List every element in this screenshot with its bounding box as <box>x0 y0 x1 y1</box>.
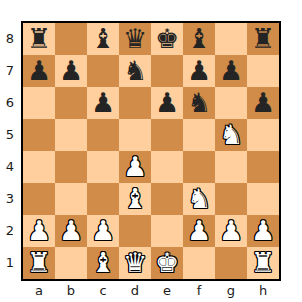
square-g2[interactable]: ♟ <box>215 215 247 247</box>
black-pawn-piece[interactable]: ♟ <box>219 57 243 84</box>
white-knight-piece[interactable]: ♞ <box>187 185 211 212</box>
square-h1[interactable]: ♜ <box>247 247 279 279</box>
rank-label-5: 5 <box>0 119 20 151</box>
square-f1[interactable] <box>183 247 215 279</box>
white-knight-piece[interactable]: ♞ <box>219 121 243 148</box>
square-e6[interactable]: ♟ <box>151 87 183 119</box>
square-e3[interactable] <box>151 183 183 215</box>
square-b7[interactable]: ♟ <box>55 55 87 87</box>
file-label-e: e <box>151 283 183 299</box>
square-h3[interactable] <box>247 183 279 215</box>
rank-label-4: 4 <box>0 151 20 183</box>
rank-label-7: 7 <box>0 55 20 87</box>
square-d7[interactable]: ♞ <box>119 55 151 87</box>
square-d4[interactable]: ♟ <box>119 151 151 183</box>
square-h2[interactable]: ♟ <box>247 215 279 247</box>
square-h7[interactable] <box>247 55 279 87</box>
black-queen-piece[interactable]: ♛ <box>123 25 147 52</box>
square-g3[interactable] <box>215 183 247 215</box>
square-b1[interactable] <box>55 247 87 279</box>
square-e8[interactable]: ♚ <box>151 23 183 55</box>
white-bishop-piece[interactable]: ♝ <box>91 249 115 276</box>
file-label-a: a <box>23 283 55 299</box>
square-e1[interactable]: ♚ <box>151 247 183 279</box>
file-label-d: d <box>119 283 151 299</box>
black-knight-piece[interactable]: ♞ <box>187 89 211 116</box>
file-label-g: g <box>215 283 247 299</box>
square-a3[interactable] <box>23 183 55 215</box>
white-pawn-piece[interactable]: ♟ <box>251 217 275 244</box>
square-c2[interactable]: ♟ <box>87 215 119 247</box>
black-king-piece[interactable]: ♚ <box>155 25 179 52</box>
square-c5[interactable] <box>87 119 119 151</box>
square-d2[interactable] <box>119 215 151 247</box>
square-f3[interactable]: ♞ <box>183 183 215 215</box>
square-h6[interactable]: ♟ <box>247 87 279 119</box>
square-g4[interactable] <box>215 151 247 183</box>
file-label-b: b <box>55 283 87 299</box>
white-pawn-piece[interactable]: ♟ <box>123 153 147 180</box>
white-king-piece[interactable]: ♚ <box>155 249 179 276</box>
black-pawn-piece[interactable]: ♟ <box>91 89 115 116</box>
white-pawn-piece[interactable]: ♟ <box>219 217 243 244</box>
square-f7[interactable]: ♟ <box>183 55 215 87</box>
black-knight-piece[interactable]: ♞ <box>123 57 147 84</box>
black-rook-piece[interactable]: ♜ <box>27 25 51 52</box>
square-g1[interactable] <box>215 247 247 279</box>
white-pawn-piece[interactable]: ♟ <box>59 217 83 244</box>
square-h4[interactable] <box>247 151 279 183</box>
black-pawn-piece[interactable]: ♟ <box>27 57 51 84</box>
square-c8[interactable]: ♝ <box>87 23 119 55</box>
square-f5[interactable] <box>183 119 215 151</box>
square-a7[interactable]: ♟ <box>23 55 55 87</box>
chess-board: ♜♝♛♚♝♜♟♟♞♟♟♟♟♞♟♞♟♝♞♟♟♟♟♟♟♜♝♛♚♜ <box>23 23 279 279</box>
white-queen-piece[interactable]: ♛ <box>123 249 147 276</box>
black-pawn-piece[interactable]: ♟ <box>155 89 179 116</box>
white-pawn-piece[interactable]: ♟ <box>187 217 211 244</box>
black-bishop-piece[interactable]: ♝ <box>187 25 211 52</box>
black-pawn-piece[interactable]: ♟ <box>59 57 83 84</box>
rank-label-6: 6 <box>0 87 20 119</box>
square-f4[interactable] <box>183 151 215 183</box>
square-b6[interactable] <box>55 87 87 119</box>
square-e7[interactable] <box>151 55 183 87</box>
square-b4[interactable] <box>55 151 87 183</box>
black-rook-piece[interactable]: ♜ <box>251 25 275 52</box>
square-b2[interactable]: ♟ <box>55 215 87 247</box>
board-frame: ♜♝♛♚♝♜♟♟♞♟♟♟♟♞♟♞♟♝♞♟♟♟♟♟♟♜♝♛♚♜ <box>21 21 281 281</box>
white-rook-piece[interactable]: ♜ <box>27 249 51 276</box>
black-pawn-piece[interactable]: ♟ <box>187 57 211 84</box>
square-d6[interactable] <box>119 87 151 119</box>
square-b5[interactable] <box>55 119 87 151</box>
white-pawn-piece[interactable]: ♟ <box>91 217 115 244</box>
square-b3[interactable] <box>55 183 87 215</box>
rank-label-3: 3 <box>0 183 20 215</box>
square-a4[interactable] <box>23 151 55 183</box>
file-label-f: f <box>183 283 215 299</box>
file-label-c: c <box>87 283 119 299</box>
square-d5[interactable] <box>119 119 151 151</box>
black-pawn-piece[interactable]: ♟ <box>251 89 275 116</box>
square-a1[interactable]: ♜ <box>23 247 55 279</box>
square-e2[interactable] <box>151 215 183 247</box>
square-f6[interactable]: ♞ <box>183 87 215 119</box>
square-c4[interactable] <box>87 151 119 183</box>
square-c7[interactable] <box>87 55 119 87</box>
square-f8[interactable]: ♝ <box>183 23 215 55</box>
square-c6[interactable]: ♟ <box>87 87 119 119</box>
square-g6[interactable] <box>215 87 247 119</box>
square-e5[interactable] <box>151 119 183 151</box>
rank-label-1: 1 <box>0 247 20 279</box>
square-a2[interactable]: ♟ <box>23 215 55 247</box>
square-d1[interactable]: ♛ <box>119 247 151 279</box>
square-a5[interactable] <box>23 119 55 151</box>
square-g8[interactable] <box>215 23 247 55</box>
file-label-h: h <box>247 283 279 299</box>
square-g7[interactable]: ♟ <box>215 55 247 87</box>
square-g5[interactable]: ♞ <box>215 119 247 151</box>
rank-label-2: 2 <box>0 215 20 247</box>
rank-label-8: 8 <box>0 23 20 55</box>
black-bishop-piece[interactable]: ♝ <box>91 25 115 52</box>
square-h5[interactable] <box>247 119 279 151</box>
square-h8[interactable]: ♜ <box>247 23 279 55</box>
square-e4[interactable] <box>151 151 183 183</box>
square-a8[interactable]: ♜ <box>23 23 55 55</box>
white-bishop-piece[interactable]: ♝ <box>123 185 147 212</box>
square-c3[interactable] <box>87 183 119 215</box>
square-d3[interactable]: ♝ <box>119 183 151 215</box>
square-a6[interactable] <box>23 87 55 119</box>
chess-diagram: 87654321 ♜♝♛♚♝♜♟♟♞♟♟♟♟♞♟♞♟♝♞♟♟♟♟♟♟♜♝♛♚♜ … <box>0 0 302 302</box>
square-f2[interactable]: ♟ <box>183 215 215 247</box>
square-b8[interactable] <box>55 23 87 55</box>
square-d8[interactable]: ♛ <box>119 23 151 55</box>
white-rook-piece[interactable]: ♜ <box>251 249 275 276</box>
square-c1[interactable]: ♝ <box>87 247 119 279</box>
white-pawn-piece[interactable]: ♟ <box>27 217 51 244</box>
